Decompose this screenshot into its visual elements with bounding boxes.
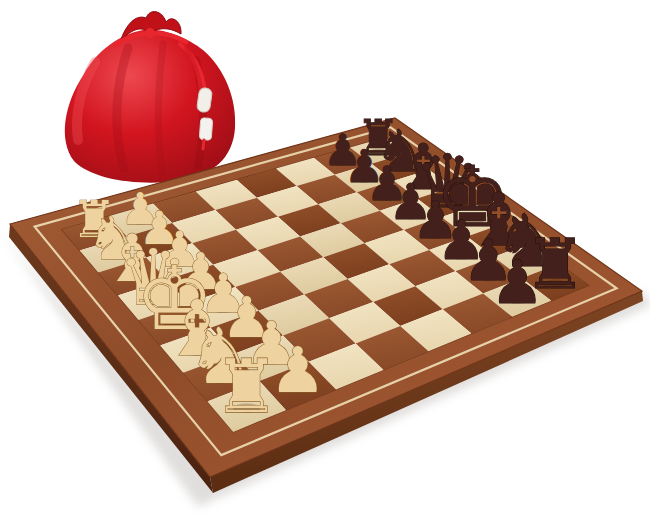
bag-tag: [199, 118, 213, 141]
chess-scene-svg: ♜♟♞♟♝♟♛♟♟♚♜♟♟♝♟♞♞♟♟♝♜♟♟♛♟♚♟♝♟♞♟♜: [0, 0, 650, 520]
piece-black-pawn-h7: ♟: [490, 247, 544, 317]
piece-white-rook-h1: ♜: [214, 343, 280, 429]
bag-cord-end: [203, 140, 204, 149]
bag-cord-knot: [145, 28, 155, 38]
drawstring-bag: [65, 12, 235, 183]
chess-board: [0, 118, 650, 507]
chess-set-product-photo[interactable]: ♜♟♞♟♝♟♛♟♟♚♜♟♟♝♟♞♞♟♟♝♜♟♟♛♟♚♟♝♟♞♟♜: [0, 0, 650, 520]
